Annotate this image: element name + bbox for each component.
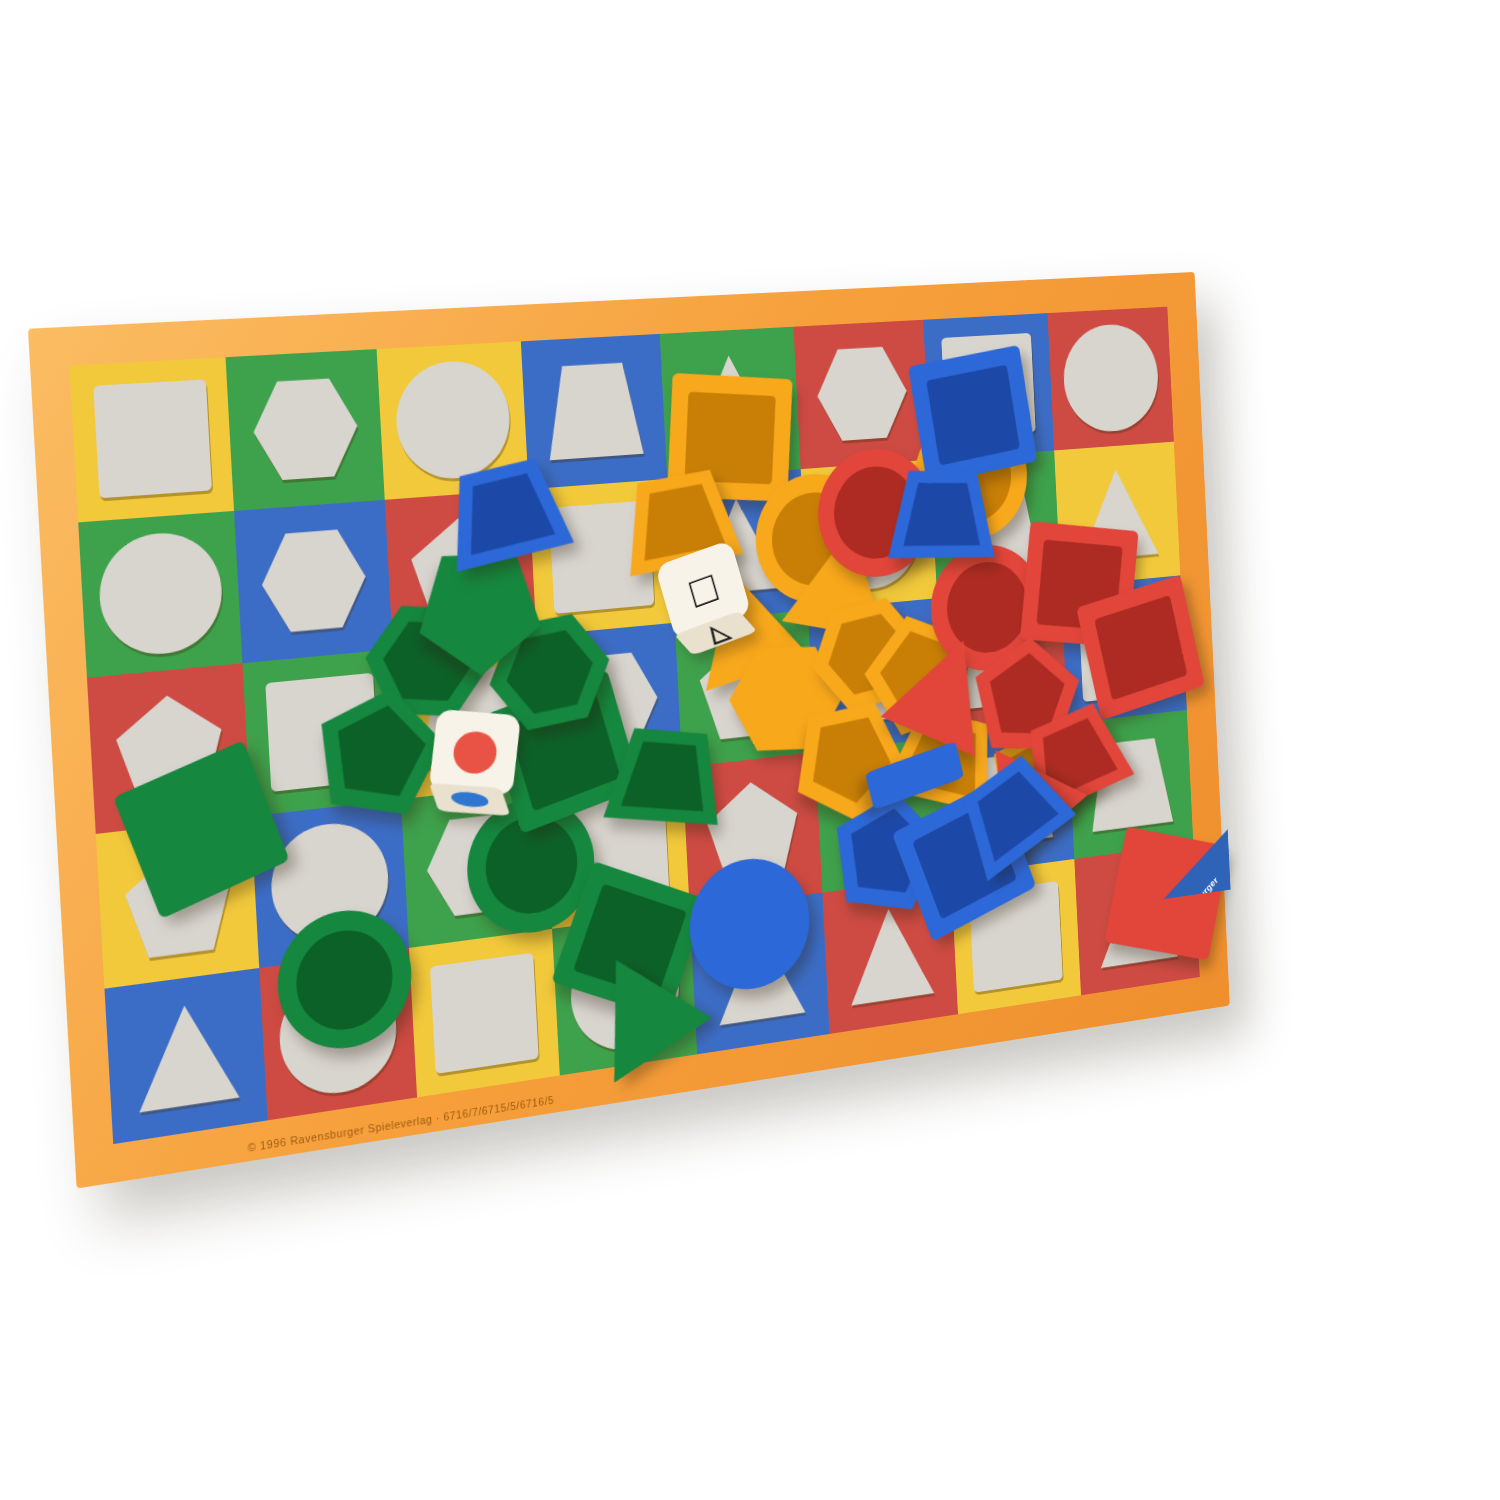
red-square-shape bbox=[1104, 827, 1230, 961]
color-die[interactable] bbox=[427, 709, 521, 813]
blue-square-cup-opening bbox=[926, 364, 1019, 465]
green-square-piece-solid[interactable] bbox=[113, 740, 290, 919]
blue-trapezoid-cup-opening bbox=[454, 465, 559, 561]
green-circle-shape bbox=[274, 903, 415, 1058]
blue-trapezoid-shape bbox=[885, 465, 999, 564]
blue-trapezoid-piece[interactable] bbox=[433, 447, 579, 580]
blue-square-piece[interactable] bbox=[908, 345, 1037, 485]
green-trapezoid-cup-opening bbox=[618, 736, 714, 816]
green-pentagon-cup-opening bbox=[324, 695, 434, 801]
green-square-shape bbox=[113, 740, 290, 919]
red-square-cup-opening bbox=[1094, 595, 1186, 700]
blue-dot-icon bbox=[449, 791, 491, 808]
pieces-layer: □△ bbox=[69, 307, 1199, 1144]
green-trapezoid-piece[interactable] bbox=[599, 720, 732, 831]
red-dot-icon bbox=[451, 730, 499, 775]
green-circle-piece[interactable] bbox=[274, 903, 415, 1058]
blue-circle-piece-solid[interactable] bbox=[686, 852, 812, 997]
green-circle-cup-opening bbox=[294, 924, 395, 1035]
board-scene: □△ © 1996 Ravensburger Spieleverlag · 67… bbox=[55, 300, 1305, 1100]
green-trapezoid-shape bbox=[599, 720, 732, 831]
red-square-piece-solid[interactable] bbox=[1104, 827, 1230, 961]
triangle-outline-icon: △ bbox=[699, 621, 733, 646]
color-die-top-face bbox=[429, 709, 521, 796]
blue-circle-shape bbox=[686, 852, 812, 997]
photo-canvas: □△ © 1996 Ravensburger Spieleverlag · 67… bbox=[0, 0, 1500, 1500]
blue-trapezoid-cup-opening bbox=[901, 479, 983, 550]
blue-trapezoid-shape bbox=[433, 447, 579, 580]
blue-trapezoid-piece[interactable] bbox=[885, 465, 999, 564]
blue-square-shape bbox=[908, 345, 1037, 485]
square-outline-icon: □ bbox=[686, 565, 721, 615]
game-board: □△ © 1996 Ravensburger Spieleverlag · 67… bbox=[28, 272, 1230, 1189]
